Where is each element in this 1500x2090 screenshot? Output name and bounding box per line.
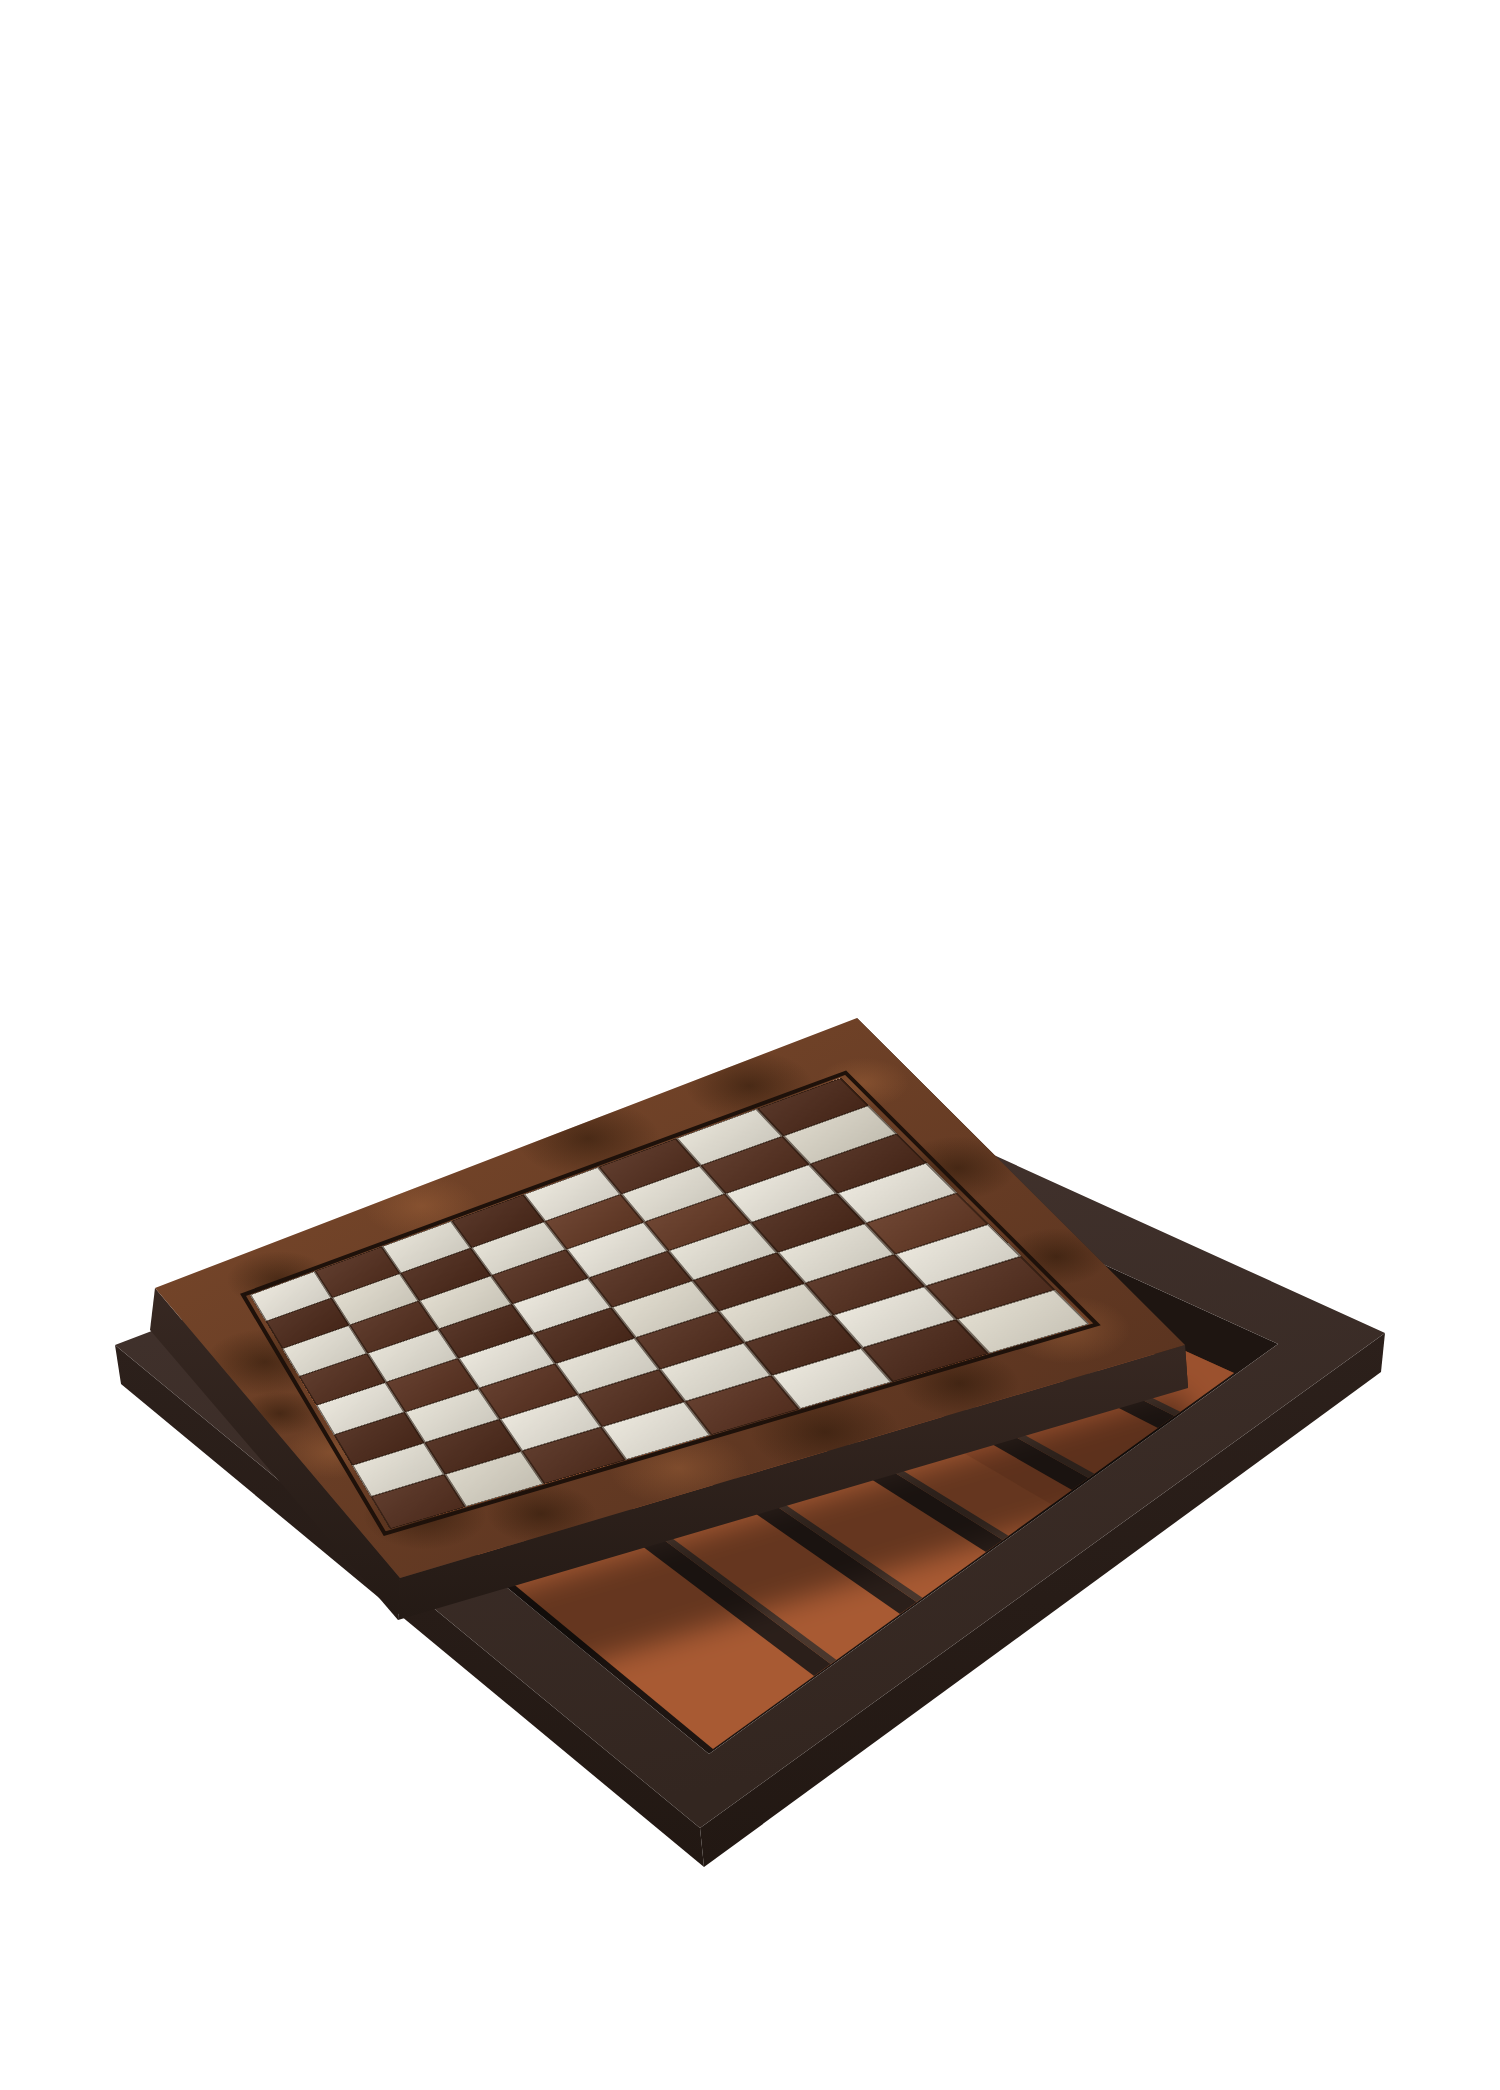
product-photo: [0, 0, 1500, 2090]
scene: [0, 0, 1500, 2090]
